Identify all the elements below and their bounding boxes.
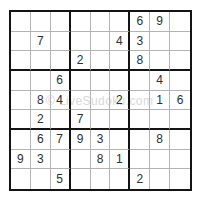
cell-r7c5[interactable]: 3: [91, 130, 111, 150]
cell-r9c5[interactable]: [91, 169, 111, 189]
cell-r4c3[interactable]: 6: [51, 71, 71, 91]
sudoku-page: © LiveSudoku.com 69743286484216276793893…: [0, 0, 200, 200]
cell-r4c1[interactable]: [11, 71, 31, 91]
cell-r7c8[interactable]: 8: [150, 130, 170, 150]
cell-r9c7[interactable]: 2: [130, 169, 150, 189]
cell-r6c4[interactable]: 7: [71, 110, 91, 130]
cell-r3c5[interactable]: [91, 51, 111, 71]
cell-r2c7[interactable]: 3: [130, 32, 150, 52]
cell-r7c6[interactable]: [110, 130, 130, 150]
cell-r5c5[interactable]: [91, 91, 111, 111]
cell-r8c1[interactable]: 9: [11, 150, 31, 170]
cell-r2c1[interactable]: [11, 32, 31, 52]
cell-r3c3[interactable]: [51, 51, 71, 71]
cell-r5c6[interactable]: 2: [110, 91, 130, 111]
cell-r1c2[interactable]: [31, 12, 51, 32]
cell-r1c1[interactable]: [11, 12, 31, 32]
cell-r5c9[interactable]: 6: [170, 91, 190, 111]
cell-r5c3[interactable]: 4: [51, 91, 71, 111]
cell-r3c7[interactable]: 8: [130, 51, 150, 71]
cell-r2c3[interactable]: [51, 32, 71, 52]
cell-r9c2[interactable]: [31, 169, 51, 189]
cell-r8c4[interactable]: [71, 150, 91, 170]
cell-r4c5[interactable]: [91, 71, 111, 91]
cell-r2c5[interactable]: [91, 32, 111, 52]
cell-r2c2[interactable]: 7: [31, 32, 51, 52]
cell-r7c7[interactable]: [130, 130, 150, 150]
cell-r6c1[interactable]: [11, 110, 31, 130]
cell-r2c8[interactable]: [150, 32, 170, 52]
cell-r9c1[interactable]: [11, 169, 31, 189]
cell-r4c4[interactable]: [71, 71, 91, 91]
cell-r9c4[interactable]: [71, 169, 91, 189]
cell-r9c9[interactable]: [170, 169, 190, 189]
cell-r8c3[interactable]: [51, 150, 71, 170]
cell-r6c9[interactable]: [170, 110, 190, 130]
cell-r6c3[interactable]: [51, 110, 71, 130]
cell-r7c3[interactable]: 7: [51, 130, 71, 150]
cell-r5c1[interactable]: [11, 91, 31, 111]
cell-r4c8[interactable]: 4: [150, 71, 170, 91]
cell-r7c9[interactable]: [170, 130, 190, 150]
cell-r7c4[interactable]: 9: [71, 130, 91, 150]
cell-r5c4[interactable]: [71, 91, 91, 111]
cell-r7c2[interactable]: 6: [31, 130, 51, 150]
cell-r1c6[interactable]: [110, 12, 130, 32]
cell-r4c6[interactable]: [110, 71, 130, 91]
cell-r5c7[interactable]: [130, 91, 150, 111]
cell-r6c6[interactable]: [110, 110, 130, 130]
cell-r3c2[interactable]: [31, 51, 51, 71]
cell-r2c6[interactable]: 4: [110, 32, 130, 52]
cell-r8c9[interactable]: [170, 150, 190, 170]
cell-r4c9[interactable]: [170, 71, 190, 91]
cell-r3c8[interactable]: [150, 51, 170, 71]
cell-r1c9[interactable]: [170, 12, 190, 32]
cell-r6c8[interactable]: [150, 110, 170, 130]
cell-r4c2[interactable]: [31, 71, 51, 91]
cell-r8c7[interactable]: [130, 150, 150, 170]
cell-r4c7[interactable]: [130, 71, 150, 91]
cell-r1c8[interactable]: 9: [150, 12, 170, 32]
cell-r1c4[interactable]: [71, 12, 91, 32]
cell-r9c8[interactable]: [150, 169, 170, 189]
cell-r5c8[interactable]: 1: [150, 91, 170, 111]
cell-r9c3[interactable]: 5: [51, 169, 71, 189]
cell-r3c1[interactable]: [11, 51, 31, 71]
cell-r3c9[interactable]: [170, 51, 190, 71]
cell-r8c6[interactable]: 1: [110, 150, 130, 170]
cell-r8c2[interactable]: 3: [31, 150, 51, 170]
cell-r6c5[interactable]: [91, 110, 111, 130]
cell-r3c6[interactable]: [110, 51, 130, 71]
cell-r6c7[interactable]: [130, 110, 150, 130]
cell-r1c3[interactable]: [51, 12, 71, 32]
cell-r7c1[interactable]: [11, 130, 31, 150]
cell-r8c8[interactable]: [150, 150, 170, 170]
cell-r8c5[interactable]: 8: [91, 150, 111, 170]
cell-r6c2[interactable]: 2: [31, 110, 51, 130]
cell-r5c2[interactable]: 8: [31, 91, 51, 111]
cell-r9c6[interactable]: [110, 169, 130, 189]
cell-r1c7[interactable]: 6: [130, 12, 150, 32]
sudoku-board: 697432864842162767938938152: [9, 10, 192, 191]
cell-r1c5[interactable]: [91, 12, 111, 32]
cell-r2c9[interactable]: [170, 32, 190, 52]
cell-r3c4[interactable]: 2: [71, 51, 91, 71]
cell-r2c4[interactable]: [71, 32, 91, 52]
